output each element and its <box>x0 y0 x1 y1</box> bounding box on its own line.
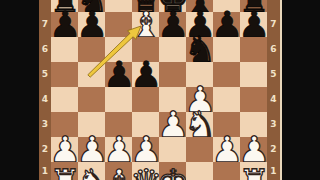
square-b7[interactable]: ♟ <box>78 12 105 37</box>
rank-label-2: 2 <box>39 137 51 162</box>
square-g5[interactable] <box>213 62 240 87</box>
rank-label-3: 3 <box>39 112 51 137</box>
square-e2[interactable] <box>159 137 186 162</box>
square-c3[interactable] <box>105 112 132 137</box>
rank-label-1: 1 <box>39 162 51 180</box>
square-b5[interactable] <box>78 62 105 87</box>
white-pawn-b2: ♟ <box>76 137 107 162</box>
black-bishop-f8: ♝ <box>184 0 215 12</box>
square-b2[interactable]: ♟ <box>78 137 105 162</box>
square-d8[interactable]: ♛ <box>132 0 159 12</box>
rank-label-4: 4 <box>267 87 280 112</box>
white-bishop-d7: ♝ <box>130 12 161 37</box>
rank-label-6: 6 <box>267 37 280 62</box>
square-a3[interactable] <box>51 112 78 137</box>
square-d4[interactable] <box>132 87 159 112</box>
square-c4[interactable] <box>105 87 132 112</box>
square-f6[interactable]: ♞ <box>186 37 213 62</box>
square-a8[interactable]: ♜ <box>51 0 78 12</box>
square-f1[interactable] <box>186 162 213 180</box>
white-pawn-f4: ♟ <box>184 87 215 112</box>
square-d1[interactable]: ♛ <box>132 162 159 180</box>
rank-label-1: 1 <box>267 162 280 180</box>
square-b8[interactable]: ♞ <box>78 0 105 12</box>
square-g6[interactable] <box>213 37 240 62</box>
square-h8[interactable]: ♜ <box>240 0 267 12</box>
black-rook-a8: ♜ <box>51 0 80 12</box>
black-pawn-a7: ♟ <box>51 12 80 37</box>
chess-video-frame: ♜♞♛♚♝♜♟♟♝♟♟♟♟♞♟♟♟♟♞♟♟♟♟♟♟♜♞♝♛♚♜ 7654321 … <box>0 0 320 180</box>
square-b3[interactable] <box>78 112 105 137</box>
square-a4[interactable] <box>51 87 78 112</box>
white-pawn-h2: ♟ <box>238 137 267 162</box>
square-d5[interactable]: ♟ <box>132 62 159 87</box>
black-king-e8: ♚ <box>157 0 188 12</box>
black-pawn-h7: ♟ <box>238 12 267 37</box>
square-f2[interactable] <box>186 137 213 162</box>
black-knight-f6: ♞ <box>184 37 215 62</box>
square-g2[interactable]: ♟ <box>213 137 240 162</box>
rank-label-5: 5 <box>39 62 51 87</box>
square-g1[interactable] <box>213 162 240 180</box>
square-g8[interactable] <box>213 0 240 12</box>
black-pawn-f7: ♟ <box>184 12 215 37</box>
square-f5[interactable] <box>186 62 213 87</box>
white-knight-f3: ♞ <box>184 112 215 137</box>
square-e8[interactable]: ♚ <box>159 0 186 12</box>
square-e6[interactable] <box>159 37 186 62</box>
square-d6[interactable] <box>132 37 159 62</box>
black-pawn-b7: ♟ <box>76 12 107 37</box>
black-rook-h8: ♜ <box>238 0 267 12</box>
square-h4[interactable] <box>240 87 267 112</box>
white-pawn-a2: ♟ <box>51 137 80 162</box>
square-g7[interactable]: ♟ <box>213 12 240 37</box>
white-rook-h1: ♜ <box>238 170 267 180</box>
square-h2[interactable]: ♟ <box>240 137 267 162</box>
white-rook-a1: ♜ <box>51 170 80 180</box>
square-h3[interactable] <box>240 112 267 137</box>
square-c2[interactable]: ♟ <box>105 137 132 162</box>
square-b1[interactable]: ♞ <box>78 162 105 180</box>
square-a7[interactable]: ♟ <box>51 12 78 37</box>
white-queen-d1: ♛ <box>130 170 161 180</box>
square-g3[interactable] <box>213 112 240 137</box>
square-a6[interactable] <box>51 37 78 62</box>
white-bishop-c1: ♝ <box>103 170 134 180</box>
square-a5[interactable] <box>51 62 78 87</box>
square-c6[interactable] <box>105 37 132 62</box>
square-a1[interactable]: ♜ <box>51 162 78 180</box>
white-pawn-g2: ♟ <box>211 137 242 162</box>
square-d7[interactable]: ♝ <box>132 12 159 37</box>
black-knight-b8: ♞ <box>76 0 107 12</box>
square-d3[interactable] <box>132 112 159 137</box>
white-knight-b1: ♞ <box>76 170 107 180</box>
black-pawn-c5: ♟ <box>103 62 134 87</box>
square-d2[interactable]: ♟ <box>132 137 159 162</box>
square-e5[interactable] <box>159 62 186 87</box>
rank-label-2: 2 <box>267 137 280 162</box>
square-g4[interactable] <box>213 87 240 112</box>
square-e4[interactable] <box>159 87 186 112</box>
black-queen-d8: ♛ <box>130 0 161 12</box>
white-king-e1: ♚ <box>157 170 188 180</box>
black-pawn-e7: ♟ <box>157 12 188 37</box>
square-e7[interactable]: ♟ <box>159 12 186 37</box>
square-b6[interactable] <box>78 37 105 62</box>
black-pawn-d5: ♟ <box>130 62 161 87</box>
square-c8[interactable] <box>105 0 132 12</box>
white-pawn-d2: ♟ <box>130 137 161 162</box>
white-pawn-e3: ♟ <box>157 112 188 137</box>
square-c5[interactable]: ♟ <box>105 62 132 87</box>
rank-label-3: 3 <box>267 112 280 137</box>
square-f7[interactable]: ♟ <box>186 12 213 37</box>
rank-label-6: 6 <box>39 37 51 62</box>
chess-board: ♜♞♛♚♝♜♟♟♝♟♟♟♟♞♟♟♟♟♞♟♟♟♟♟♟♜♞♝♛♚♜ <box>51 0 267 180</box>
square-a2[interactable]: ♟ <box>51 137 78 162</box>
black-pawn-g7: ♟ <box>211 12 242 37</box>
white-pawn-c2: ♟ <box>103 137 134 162</box>
square-h6[interactable] <box>240 37 267 62</box>
rank-label-4: 4 <box>39 87 51 112</box>
rank-label-5: 5 <box>267 62 280 87</box>
rank-label-7: 7 <box>39 12 51 37</box>
square-b4[interactable] <box>78 87 105 112</box>
square-f4[interactable]: ♟ <box>186 87 213 112</box>
square-c1[interactable]: ♝ <box>105 162 132 180</box>
square-f3[interactable]: ♞ <box>186 112 213 137</box>
frame-edge-highlight <box>280 0 282 180</box>
square-e1[interactable]: ♚ <box>159 162 186 180</box>
square-h1[interactable]: ♜ <box>240 162 267 180</box>
rank-label-7: 7 <box>267 12 280 37</box>
square-h7[interactable]: ♟ <box>240 12 267 37</box>
square-h5[interactable] <box>240 62 267 87</box>
square-c7[interactable] <box>105 12 132 37</box>
square-e3[interactable]: ♟ <box>159 112 186 137</box>
square-f8[interactable]: ♝ <box>186 0 213 12</box>
